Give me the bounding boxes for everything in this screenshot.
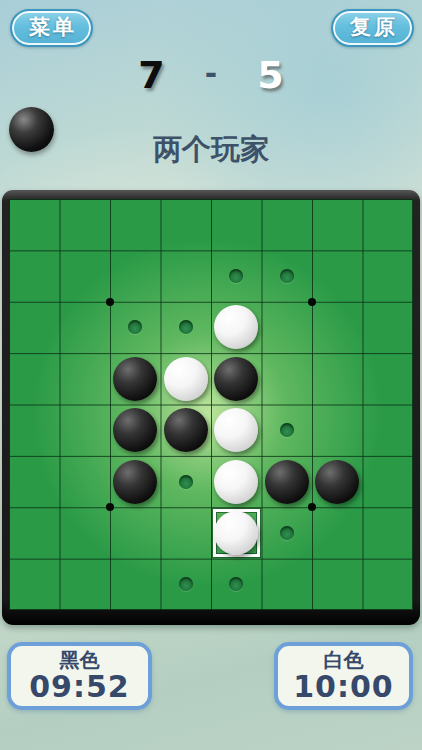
- cell-f2[interactable]: [262, 250, 313, 301]
- cell-a3[interactable]: [9, 302, 60, 353]
- black-disc-d5: [164, 408, 208, 452]
- cell-b7[interactable]: [60, 507, 111, 558]
- cell-d6[interactable]: [161, 456, 212, 507]
- undo-button[interactable]: 复原: [331, 9, 414, 47]
- cell-g6[interactable]: [312, 456, 363, 507]
- cell-b8[interactable]: [60, 559, 111, 610]
- cell-h8[interactable]: [363, 559, 414, 610]
- game-mode-title: 两个玩家: [0, 130, 422, 170]
- cell-g7[interactable]: [312, 507, 363, 558]
- cell-g3[interactable]: [312, 302, 363, 353]
- cell-g2[interactable]: [312, 250, 363, 301]
- white-disc-e3: [214, 305, 258, 349]
- cell-d4[interactable]: [161, 353, 212, 404]
- cell-b6[interactable]: [60, 456, 111, 507]
- score-row: 7 - 5: [0, 53, 422, 97]
- cell-a7[interactable]: [9, 507, 60, 558]
- black-disc-g6: [315, 460, 359, 504]
- cell-c4[interactable]: [110, 353, 161, 404]
- cell-f4[interactable]: [262, 353, 313, 404]
- cell-a8[interactable]: [9, 559, 60, 610]
- star-point: [106, 298, 114, 306]
- white-disc-e7: [214, 511, 258, 555]
- cell-e8[interactable]: [211, 559, 262, 610]
- cell-d5[interactable]: [161, 405, 212, 456]
- cell-c6[interactable]: [110, 456, 161, 507]
- cell-h7[interactable]: [363, 507, 414, 558]
- cell-g5[interactable]: [312, 405, 363, 456]
- cell-h3[interactable]: [363, 302, 414, 353]
- cell-e7[interactable]: [211, 507, 262, 558]
- cell-f5[interactable]: [262, 405, 313, 456]
- cell-d2[interactable]: [161, 250, 212, 301]
- black-clock-label: 黑色: [60, 650, 100, 671]
- cell-e3[interactable]: [211, 302, 262, 353]
- star-point: [308, 503, 316, 511]
- black-disc-c4: [113, 357, 157, 401]
- star-point: [106, 503, 114, 511]
- cell-b4[interactable]: [60, 353, 111, 404]
- cell-b1[interactable]: [60, 199, 111, 250]
- white-disc-e6: [214, 460, 258, 504]
- black-clock-panel: 黑色 09:52: [7, 642, 152, 710]
- black-disc-e4: [214, 357, 258, 401]
- cell-d7[interactable]: [161, 507, 212, 558]
- menu-button[interactable]: 菜单: [10, 9, 93, 47]
- cell-e2[interactable]: [211, 250, 262, 301]
- cell-e4[interactable]: [211, 353, 262, 404]
- cell-a4[interactable]: [9, 353, 60, 404]
- star-point: [308, 298, 316, 306]
- black-disc-f6: [265, 460, 309, 504]
- cell-c7[interactable]: [110, 507, 161, 558]
- othello-board[interactable]: [9, 199, 413, 610]
- legal-move-hint-f2[interactable]: [280, 269, 294, 283]
- black-score: 7: [138, 53, 164, 97]
- cell-g8[interactable]: [312, 559, 363, 610]
- white-clock-label: 白色: [324, 650, 364, 671]
- cell-d8[interactable]: [161, 559, 212, 610]
- cell-c8[interactable]: [110, 559, 161, 610]
- cell-h6[interactable]: [363, 456, 414, 507]
- cell-f6[interactable]: [262, 456, 313, 507]
- cell-d3[interactable]: [161, 302, 212, 353]
- cell-f3[interactable]: [262, 302, 313, 353]
- cell-b3[interactable]: [60, 302, 111, 353]
- cell-h2[interactable]: [363, 250, 414, 301]
- white-disc-d4: [164, 357, 208, 401]
- white-clock-panel: 白色 10:00: [274, 642, 413, 710]
- cell-h4[interactable]: [363, 353, 414, 404]
- legal-move-hint-f7[interactable]: [280, 526, 294, 540]
- black-disc-c5: [113, 408, 157, 452]
- legal-move-hint-e8[interactable]: [229, 577, 243, 591]
- cell-b2[interactable]: [60, 250, 111, 301]
- white-clock-time: 10:00: [293, 671, 394, 703]
- legal-move-hint-d6[interactable]: [179, 475, 193, 489]
- cell-a2[interactable]: [9, 250, 60, 301]
- legal-move-hint-c3[interactable]: [128, 320, 142, 334]
- cell-c2[interactable]: [110, 250, 161, 301]
- legal-move-hint-d3[interactable]: [179, 320, 193, 334]
- white-disc-e5: [214, 408, 258, 452]
- cell-h5[interactable]: [363, 405, 414, 456]
- cell-h1[interactable]: [363, 199, 414, 250]
- cell-e5[interactable]: [211, 405, 262, 456]
- cell-g1[interactable]: [312, 199, 363, 250]
- black-disc-c6: [113, 460, 157, 504]
- cell-c1[interactable]: [110, 199, 161, 250]
- cell-b5[interactable]: [60, 405, 111, 456]
- cell-e6[interactable]: [211, 456, 262, 507]
- cell-g4[interactable]: [312, 353, 363, 404]
- black-clock-time: 09:52: [29, 671, 130, 703]
- cell-d1[interactable]: [161, 199, 212, 250]
- cell-a1[interactable]: [9, 199, 60, 250]
- score-dash: -: [205, 56, 217, 95]
- cell-f7[interactable]: [262, 507, 313, 558]
- cell-e1[interactable]: [211, 199, 262, 250]
- board-frame: [2, 190, 420, 625]
- cell-c3[interactable]: [110, 302, 161, 353]
- legal-move-hint-e2[interactable]: [229, 269, 243, 283]
- cell-c5[interactable]: [110, 405, 161, 456]
- cell-a6[interactable]: [9, 456, 60, 507]
- legal-move-hint-f5[interactable]: [280, 423, 294, 437]
- cell-a5[interactable]: [9, 405, 60, 456]
- white-score: 5: [257, 53, 283, 97]
- cell-f8[interactable]: [262, 559, 313, 610]
- legal-move-hint-d8[interactable]: [179, 577, 193, 591]
- board-grid: [9, 199, 413, 610]
- cell-f1[interactable]: [262, 199, 313, 250]
